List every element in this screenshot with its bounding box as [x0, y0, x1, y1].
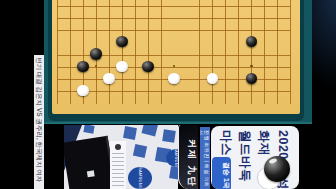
board-cell [103, 85, 116, 97]
board-cell [116, 60, 129, 72]
board-cell [64, 72, 77, 84]
board-cell [180, 72, 193, 84]
board-cell [128, 97, 141, 109]
board-cell [51, 48, 64, 60]
board-cell [193, 72, 206, 84]
board-cell [77, 60, 90, 72]
board-cell [206, 48, 219, 60]
board-cell [180, 24, 193, 36]
board-cell [167, 60, 180, 72]
board-cell [284, 72, 297, 84]
board-cell [141, 36, 154, 48]
board-cell [206, 97, 219, 109]
board-cell [284, 85, 297, 97]
board-cell [90, 60, 103, 72]
board-cell [219, 60, 232, 72]
board-cell [206, 85, 219, 97]
board-cell [77, 48, 90, 60]
board-cell [167, 0, 180, 11]
board-cell [245, 0, 258, 11]
board-cell [219, 72, 232, 84]
board-cell [90, 0, 103, 11]
board-cell [51, 85, 64, 97]
event-banner-logo [115, 144, 121, 150]
board-cell [103, 24, 116, 36]
board-cell [154, 60, 167, 72]
player-banner: 커제 九단 [178, 125, 198, 189]
crew-strip: 진행 최유진 | 해설 이희성 [200, 127, 210, 189]
board-cell [64, 24, 77, 36]
board-cell [64, 36, 77, 48]
video-title-vertical: 번기 대결 김은지 VS 권주리, 한국제지 여자 [34, 55, 44, 189]
board-cell [180, 60, 193, 72]
board-cell [128, 85, 141, 97]
board-cell [193, 97, 206, 109]
board-cell [180, 0, 193, 11]
board-cell [193, 85, 206, 97]
board-cell [232, 24, 245, 36]
board-cell [64, 11, 77, 23]
board-cell [116, 0, 129, 11]
board-cell [232, 85, 245, 97]
white-stone [77, 85, 89, 96]
monitor [64, 136, 116, 189]
board-cell [284, 24, 297, 36]
board-cell [64, 0, 77, 11]
board-cell [258, 60, 271, 72]
board-cell [141, 24, 154, 36]
board-cell [245, 11, 258, 23]
backdrop-pattern-square [133, 144, 147, 158]
board-cell [51, 72, 64, 84]
board-cell [141, 60, 154, 72]
go-board [52, 0, 300, 114]
board-cell [284, 48, 297, 60]
board-cell [77, 72, 90, 84]
black-stone [116, 36, 128, 47]
studio-photo: SAMSUNG SAMSUNG [64, 125, 178, 189]
board-cell [258, 24, 271, 36]
event-banner: 2020 삼성화재 월드바둑마스 결승 1국 [211, 126, 299, 189]
board-cell [103, 72, 116, 84]
board-cell [141, 11, 154, 23]
board-cell [128, 36, 141, 48]
board-cell [193, 48, 206, 60]
board-cell [271, 0, 284, 11]
board-cell [284, 36, 297, 48]
board-cell [258, 72, 271, 84]
board-cell [271, 11, 284, 23]
board-cell [219, 0, 232, 11]
board-cell [128, 60, 141, 72]
samsung-logo-oval: SAMSUNG [166, 149, 178, 167]
board-cell [219, 48, 232, 60]
black-stone [246, 73, 258, 84]
board-cell [128, 24, 141, 36]
board-cell [103, 11, 116, 23]
black-stone [90, 48, 102, 59]
board-cell [128, 0, 141, 11]
board-cell [219, 11, 232, 23]
board-cell [180, 11, 193, 23]
round-badge: 결승 1국 [212, 157, 231, 189]
board-cell [206, 36, 219, 48]
board-cell [128, 48, 141, 60]
board-cell [51, 36, 64, 48]
white-stone [103, 73, 115, 84]
board-cell [193, 11, 206, 23]
board-cell [206, 60, 219, 72]
board-cell [219, 85, 232, 97]
board-cell [141, 0, 154, 11]
backdrop-pattern-square [142, 125, 159, 136]
board-cell [90, 36, 103, 48]
board-cell [271, 72, 284, 84]
board-cell [193, 0, 206, 11]
board-cell [193, 24, 206, 36]
board-cell [245, 97, 258, 109]
board-cell [103, 36, 116, 48]
board-cell [116, 48, 129, 60]
board-cell [90, 24, 103, 36]
board-cell [51, 0, 64, 11]
board-cell [128, 11, 141, 23]
board-cell [116, 24, 129, 36]
board-cell [103, 48, 116, 60]
board-cell [180, 48, 193, 60]
board-cell [167, 72, 180, 84]
board-cell [90, 11, 103, 23]
board-cell [90, 48, 103, 60]
board-cell [232, 72, 245, 84]
backdrop-pattern-square [83, 125, 94, 134]
board-cell [258, 36, 271, 48]
hoshi-point [95, 65, 97, 67]
board-cell [90, 72, 103, 84]
samsung-logo-oval: SAMSUNG [128, 167, 152, 189]
board-cell [154, 72, 167, 84]
board-cell [141, 72, 154, 84]
board-cell [64, 60, 77, 72]
board-cell [232, 48, 245, 60]
board-cell [219, 36, 232, 48]
board-cell [206, 72, 219, 84]
board-cell [219, 24, 232, 36]
video-thumbnail: { "game": "go", "video": { "title_vertic… [0, 0, 336, 189]
board-cell [206, 11, 219, 23]
board-cell [77, 36, 90, 48]
board-cell [64, 48, 77, 60]
board-cell [103, 0, 116, 11]
board-cell [116, 36, 129, 48]
board-cell [232, 36, 245, 48]
board-cell [154, 97, 167, 109]
board-cell [141, 85, 154, 97]
board-cell [128, 72, 141, 84]
board-cell [245, 24, 258, 36]
board-cell [258, 11, 271, 23]
board-cell [206, 24, 219, 36]
black-stone [77, 61, 89, 72]
backdrop-pattern-square [169, 166, 178, 180]
board-cell [167, 11, 180, 23]
board-cell [51, 97, 64, 109]
board-cell [77, 85, 90, 97]
board-cell [284, 0, 297, 11]
board-cell [258, 0, 271, 11]
board-cell [167, 36, 180, 48]
event-banner-textlines [112, 153, 124, 187]
board-cell [167, 24, 180, 36]
board-cell [64, 85, 77, 97]
board-cell [51, 60, 64, 72]
board-cell [77, 97, 90, 109]
board-cell [154, 85, 167, 97]
board-cell [77, 24, 90, 36]
backdrop-pattern-square [123, 126, 137, 140]
white-stone [207, 73, 219, 84]
board-cell [154, 11, 167, 23]
board-cell [103, 97, 116, 109]
board-cell [219, 97, 232, 109]
board-cell [271, 60, 284, 72]
board-cell [116, 11, 129, 23]
board-cell [180, 97, 193, 109]
board-cell [116, 72, 129, 84]
board-cell [258, 48, 271, 60]
go-board-frame [48, 0, 304, 121]
board-cell [271, 48, 284, 60]
hoshi-point [173, 65, 175, 67]
board-cell [116, 85, 129, 97]
board-cell [154, 36, 167, 48]
board-cell [245, 72, 258, 84]
board-cell [90, 85, 103, 97]
board-cell [90, 97, 103, 109]
board-cell [193, 36, 206, 48]
board-cell [103, 60, 116, 72]
board-cell [271, 85, 284, 97]
board-cell [154, 0, 167, 11]
board-cell [51, 11, 64, 23]
board-cell [180, 85, 193, 97]
board-cell [51, 24, 64, 36]
board-cell [284, 11, 297, 23]
board-cell [232, 0, 245, 11]
board-cell [193, 60, 206, 72]
board-cell [141, 48, 154, 60]
board-cell [245, 85, 258, 97]
board-cell [64, 97, 77, 109]
board-cell [154, 48, 167, 60]
board-cell [232, 11, 245, 23]
black-stone [142, 61, 154, 72]
board-cell [206, 0, 219, 11]
board-cell [271, 36, 284, 48]
board-cell [271, 24, 284, 36]
board-cell [284, 60, 297, 72]
event-banner-strip [110, 141, 126, 189]
board-cell [258, 85, 271, 97]
board-cell [245, 48, 258, 60]
board-grid [51, 0, 297, 109]
board-cell [180, 36, 193, 48]
board-cell [77, 0, 90, 11]
white-stone [116, 61, 128, 72]
board-cell [284, 97, 297, 109]
board-cell [167, 48, 180, 60]
board-cell [245, 60, 258, 72]
board-cell [232, 60, 245, 72]
board-cell [116, 97, 129, 109]
hoshi-point [250, 65, 252, 67]
backdrop-pattern-square [162, 129, 176, 143]
board-cell [167, 85, 180, 97]
board-cell [232, 97, 245, 109]
board-cell [141, 97, 154, 109]
board-cell [154, 24, 167, 36]
board-cell [245, 36, 258, 48]
black-stone [246, 36, 258, 47]
monitor-sticker [87, 170, 95, 177]
board-cell [258, 97, 271, 109]
white-stone [168, 73, 180, 84]
board-cell [271, 97, 284, 109]
board-cell [167, 97, 180, 109]
board-cell [77, 11, 90, 23]
